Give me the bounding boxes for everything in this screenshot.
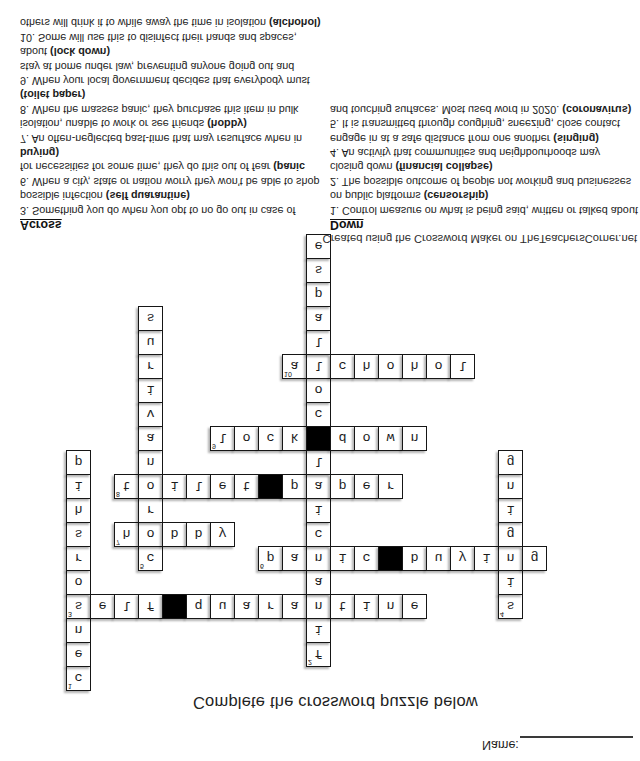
cell-letter: i <box>307 619 330 642</box>
across-clues-block: Across 3. Something you do when you opt … <box>20 16 323 232</box>
grid-cell-r12c10[interactable]: o <box>306 378 331 403</box>
grid-cell-r3c18[interactable]: 4s <box>498 594 523 619</box>
cell-letter: c <box>67 667 90 690</box>
cell-letter: a <box>283 355 306 378</box>
grid-cell-r7c10[interactable]: i <box>306 498 331 523</box>
grid-cell-r1c0[interactable]: e <box>66 642 91 667</box>
cell-letter: w <box>379 427 402 450</box>
cell-letter: h <box>67 499 90 522</box>
cell-letter: u <box>427 547 450 570</box>
grid-cell-r3c14[interactable]: e <box>402 594 427 619</box>
cell-letter: a <box>307 307 330 330</box>
clue-answer-hint: (censorship) <box>424 190 489 202</box>
grid-cell-r0c0[interactable]: 1c <box>66 666 91 691</box>
grid-cell-r13c15[interactable]: o <box>426 354 451 379</box>
grid-cell-r12c3[interactable]: i <box>138 378 163 403</box>
grid-cell-r11c3[interactable]: v <box>138 402 163 427</box>
cell-letter: e <box>67 643 90 666</box>
cell-letter: p <box>283 475 306 498</box>
grid-cell-r8c0[interactable]: i <box>66 474 91 499</box>
cell-letter: s <box>139 307 162 330</box>
grid-cell-r13c10[interactable]: l <box>306 354 331 379</box>
cell-letter: r <box>379 475 402 498</box>
grid-cell-r8c18[interactable]: n <box>498 474 523 499</box>
cell-letter: e <box>355 475 378 498</box>
cell-letter: r <box>259 595 282 618</box>
cell-letter: l <box>187 475 210 498</box>
grid-cell-r3c11[interactable]: t <box>330 594 355 619</box>
cell-letter: n <box>379 595 402 618</box>
cell-letter: t <box>235 475 258 498</box>
cell-letter: a <box>307 475 330 498</box>
grid-cell-r8c2[interactable]: 8t <box>114 474 139 499</box>
grid-cell-r1c10[interactable]: 2f <box>306 642 331 667</box>
clue-8: 8. When the masses panic, they purchase … <box>20 88 323 117</box>
cell-letter: r <box>139 499 162 522</box>
cell-letter: a <box>235 595 258 618</box>
grid-block-cell <box>306 426 331 451</box>
cell-letter: l <box>307 355 330 378</box>
credit-line: Created using the Crossword Maker on The… <box>323 233 637 245</box>
grid-cell-r6c5[interactable]: b <box>186 522 211 547</box>
cell-letter: a <box>139 427 162 450</box>
down-clue-list: 1. Control measure on what is being said… <box>330 102 638 217</box>
grid-cell-r3c1[interactable]: e <box>90 594 115 619</box>
grid-cell-r2c10[interactable]: i <box>306 618 331 643</box>
grid-cell-r6c3[interactable]: o <box>138 522 163 547</box>
grid-cell-r14c10[interactable]: l <box>306 330 331 355</box>
clue-3: 3. Something you do when you opt to no g… <box>20 189 323 218</box>
cell-letter: q <box>187 595 210 618</box>
cell-letter: a <box>307 571 330 594</box>
cell-letter: o <box>427 355 450 378</box>
cell-letter: i <box>475 547 498 570</box>
cell-letter: i <box>499 499 522 522</box>
cell-letter: i <box>307 499 330 522</box>
cell-letter: b <box>403 547 426 570</box>
grid-cell-r6c4[interactable]: b <box>162 522 187 547</box>
grid-cell-r10c12[interactable]: o <box>354 426 379 451</box>
cell-letter: s <box>499 595 522 618</box>
clue-answer-hint: (panic buying) <box>20 147 305 173</box>
cell-letter: y <box>451 547 474 570</box>
grid-cell-r15c10[interactable]: a <box>306 306 331 331</box>
cell-letter: p <box>259 547 282 570</box>
grid-cell-r13c13[interactable]: o <box>378 354 403 379</box>
grid-cell-r10c13[interactable]: w <box>378 426 403 451</box>
cell-letter: l <box>115 595 138 618</box>
cell-letter: c <box>307 523 330 546</box>
grid-cell-r5c15[interactable]: u <box>426 546 451 571</box>
grid-cell-r3c6[interactable]: u <box>210 594 235 619</box>
cell-letter: i <box>331 547 354 570</box>
grid-cell-r10c6[interactable]: 9l <box>210 426 235 451</box>
cell-letter: t <box>331 595 354 618</box>
down-header: Down <box>330 218 363 232</box>
grid-cell-r14c3[interactable]: u <box>138 330 163 355</box>
cell-letter: h <box>355 355 378 378</box>
grid-cell-r8c10[interactable]: a <box>306 474 331 499</box>
grid-cell-r8c11[interactable]: p <box>330 474 355 499</box>
cell-letter: h <box>115 523 138 546</box>
cell-letter: y <box>211 523 234 546</box>
clue-2: 2. The possible outcome of people not wo… <box>330 160 638 189</box>
grid-cell-r5c14[interactable]: b <box>402 546 427 571</box>
grid-cell-r3c5[interactable]: q <box>186 594 211 619</box>
cell-letter: n <box>67 619 90 642</box>
cell-letter: s <box>67 595 90 618</box>
cell-letter: s <box>307 259 330 282</box>
grid-cell-r9c18[interactable]: g <box>498 450 523 475</box>
grid-cell-r3c12[interactable]: i <box>354 594 379 619</box>
cell-letter: c <box>139 547 162 570</box>
grid-cell-r2c0[interactable]: n <box>66 618 91 643</box>
flipped-sheet: Name: Complete the crossword puzzle belo… <box>0 0 640 761</box>
clue-answer-hint: (toilet paper) <box>20 89 85 101</box>
grid-cell-r5c8[interactable]: 6p <box>258 546 283 571</box>
cell-letter: k <box>283 427 306 450</box>
grid-cell-r10c3[interactable]: a <box>138 426 163 451</box>
grid-cell-r10c14[interactable]: n <box>402 426 427 451</box>
grid-cell-r6c2[interactable]: 7h <box>114 522 139 547</box>
grid-cell-r4c0[interactable]: o <box>66 570 91 595</box>
cell-letter: d <box>331 427 354 450</box>
grid-cell-r16c10[interactable]: p <box>306 282 331 307</box>
grid-cell-r8c7[interactable]: t <box>234 474 259 499</box>
grid-cell-r5c17[interactable]: i <box>474 546 499 571</box>
cell-letter: c <box>355 547 378 570</box>
grid-cell-r11c10[interactable]: c <box>306 402 331 427</box>
grid-cell-r8c13[interactable]: r <box>378 474 403 499</box>
cell-letter: n <box>307 595 330 618</box>
grid-cell-r15c3[interactable]: s <box>138 306 163 331</box>
cell-letter: c <box>331 355 354 378</box>
grid-block-cell <box>162 594 187 619</box>
grid-cell-r9c0[interactable]: p <box>66 450 91 475</box>
grid-cell-r10c8[interactable]: c <box>258 426 283 451</box>
grid-cell-r13c14[interactable]: h <box>402 354 427 379</box>
grid-cell-r8c12[interactable]: e <box>354 474 379 499</box>
cell-letter: p <box>307 283 330 306</box>
grid-cell-r7c3[interactable]: r <box>138 498 163 523</box>
cell-letter: i <box>139 379 162 402</box>
cell-letter: h <box>403 355 426 378</box>
cell-letter: p <box>331 475 354 498</box>
cell-letter: e <box>91 595 114 618</box>
grid-cell-r3c8[interactable]: r <box>258 594 283 619</box>
cell-letter: r <box>139 355 162 378</box>
cell-letter: g <box>523 547 546 570</box>
grid-cell-r5c9[interactable]: a <box>282 546 307 571</box>
clue-1: 1. Control measure on what is being said… <box>330 189 638 218</box>
cell-letter: o <box>235 427 258 450</box>
clue-5: 5. It is transmitted through coughing, s… <box>330 102 638 131</box>
grid-cell-r9c10[interactable]: l <box>306 450 331 475</box>
grid-cell-r8c3[interactable]: o <box>138 474 163 499</box>
across-header: Across <box>20 218 62 232</box>
across-clue-list: 3. Something you do when you opt to no g… <box>20 16 323 218</box>
cell-letter: e <box>403 595 426 618</box>
cell-letter: s <box>67 523 90 546</box>
cell-letter: o <box>379 355 402 378</box>
cell-letter: n <box>139 451 162 474</box>
grid-cell-r17c10[interactable]: s <box>306 258 331 283</box>
cell-letter: o <box>139 523 162 546</box>
grid-cell-r8c6[interactable]: e <box>210 474 235 499</box>
clue-answer-hint: (singing) <box>553 133 599 145</box>
grid-cell-r10c9[interactable]: k <box>282 426 307 451</box>
grid-cell-r7c0[interactable]: h <box>66 498 91 523</box>
cell-letter: v <box>139 403 162 426</box>
grid-cell-r13c12[interactable]: h <box>354 354 379 379</box>
cell-letter: i <box>163 475 186 498</box>
grid-cell-r10c11[interactable]: d <box>330 426 355 451</box>
grid-cell-r5c3[interactable]: 5c <box>138 546 163 571</box>
grid-cell-r6c6[interactable]: y <box>210 522 235 547</box>
grid-cell-r9c3[interactable]: n <box>138 450 163 475</box>
cell-letter: c <box>307 403 330 426</box>
clue-answer-hint: (lock down) <box>50 46 110 58</box>
clue-answer-hint: (self quarantine) <box>106 190 190 202</box>
clue-answer-hint: (hobby) <box>207 118 247 130</box>
cell-letter: o <box>67 571 90 594</box>
cell-letter: n <box>403 427 426 450</box>
crossword-grid: 1ce2fni3selfquarantine4soair5c6panicbuyi… <box>66 234 547 691</box>
grid-cell-r6c0[interactable]: s <box>66 522 91 547</box>
clue-answer-hint: (coronavirus) <box>562 104 631 116</box>
grid-cell-r3c2[interactable]: l <box>114 594 139 619</box>
grid-cell-r8c4[interactable]: i <box>162 474 187 499</box>
grid-cell-r5c16[interactable]: y <box>450 546 475 571</box>
cell-letter: u <box>211 595 234 618</box>
cell-letter: l <box>211 427 234 450</box>
cell-letter: n <box>499 475 522 498</box>
grid-cell-r4c10[interactable]: a <box>306 570 331 595</box>
name-input-line[interactable] <box>520 736 633 738</box>
cell-letter: c <box>259 427 282 450</box>
cell-letter: b <box>163 523 186 546</box>
grid-cell-r3c9[interactable]: a <box>282 594 307 619</box>
cell-letter: g <box>499 523 522 546</box>
cell-letter: n <box>307 547 330 570</box>
grid-cell-r5c12[interactable]: c <box>354 546 379 571</box>
down-clues-block: Down 1. Control measure on what is being… <box>330 102 638 232</box>
grid-cell-r3c13[interactable]: n <box>378 594 403 619</box>
cell-letter: p <box>67 451 90 474</box>
grid-cell-r13c3[interactable]: r <box>138 354 163 379</box>
clue-9: 9. When your local government decides th… <box>20 45 323 88</box>
page-title: Complete the crossword puzzle below <box>193 693 478 712</box>
cell-letter: f <box>139 595 162 618</box>
grid-cell-r13c9[interactable]: 10a <box>282 354 307 379</box>
grid-cell-r3c0[interactable]: 3s <box>66 594 91 619</box>
cell-letter: i <box>355 595 378 618</box>
cell-letter: f <box>307 643 330 666</box>
grid-cell-r13c16[interactable]: l <box>450 354 475 379</box>
cell-letter: t <box>115 475 138 498</box>
scanned-crossword-worksheet: Name: Complete the crossword puzzle belo… <box>0 0 640 761</box>
clue-4: 4. An activity that communities and neig… <box>330 131 638 160</box>
clue-answer-hint: (financial collapse) <box>395 161 492 173</box>
cell-letter: u <box>139 331 162 354</box>
cell-letter: e <box>211 475 234 498</box>
clue-6: 6. When a city, state or nation worry th… <box>20 146 323 189</box>
cell-letter: a <box>283 547 306 570</box>
grid-block-cell <box>258 474 283 499</box>
grid-cell-r4c18[interactable]: i <box>498 570 523 595</box>
cell-letter: g <box>499 451 522 474</box>
grid-cell-r10c7[interactable]: o <box>234 426 259 451</box>
clue-answer-hint: (alchohol) <box>269 17 321 29</box>
clue-7: 7. An often-neglected past-time that may… <box>20 117 323 146</box>
cell-letter: r <box>67 547 90 570</box>
grid-cell-r6c18[interactable]: g <box>498 522 523 547</box>
cell-letter: n <box>499 547 522 570</box>
grid-cell-r13c11[interactable]: c <box>330 354 355 379</box>
cell-letter: b <box>187 523 210 546</box>
grid-cell-r5c11[interactable]: i <box>330 546 355 571</box>
cell-letter: l <box>307 331 330 354</box>
grid-cell-r5c10[interactable]: n <box>306 546 331 571</box>
grid-cell-r6c10[interactable]: c <box>306 522 331 547</box>
cell-letter: l <box>307 451 330 474</box>
grid-cell-r5c18[interactable]: n <box>498 546 523 571</box>
grid-cell-r7c18[interactable]: i <box>498 498 523 523</box>
grid-cell-r3c10[interactable]: n <box>306 594 331 619</box>
cell-letter: i <box>499 571 522 594</box>
name-label: Name: <box>482 738 519 752</box>
grid-cell-r5c0[interactable]: r <box>66 546 91 571</box>
clue-10: 10. Some will use this to disinfect thei… <box>20 16 323 45</box>
grid-block-cell <box>378 546 403 571</box>
cell-letter: l <box>451 355 474 378</box>
grid-cell-r3c7[interactable]: a <box>234 594 259 619</box>
cell-letter: o <box>307 379 330 402</box>
grid-cell-r8c9[interactable]: p <box>282 474 307 499</box>
cell-letter: i <box>67 475 90 498</box>
grid-cell-r5c19[interactable]: g <box>522 546 547 571</box>
cell-letter: o <box>355 427 378 450</box>
cell-letter: a <box>283 595 306 618</box>
grid-cell-r8c5[interactable]: l <box>186 474 211 499</box>
grid-cell-r3c3[interactable]: f <box>138 594 163 619</box>
cell-letter: o <box>139 475 162 498</box>
